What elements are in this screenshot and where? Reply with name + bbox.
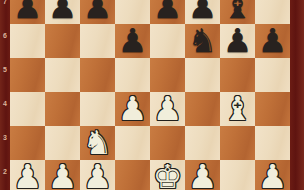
rank-label-7: 7 [0,0,10,6]
square-g5[interactable] [220,58,255,92]
white-pawn[interactable]: ♟ [118,92,148,126]
square-b2[interactable]: ♟ [45,160,80,190]
square-e5[interactable] [150,58,185,92]
square-d2[interactable] [115,160,150,190]
square-c5[interactable] [80,58,115,92]
square-d5[interactable] [115,58,150,92]
square-a6[interactable] [10,24,45,58]
white-king[interactable]: ♚ [153,160,183,190]
square-a3[interactable] [10,126,45,160]
black-knight[interactable]: ♞ [188,24,218,58]
square-a2[interactable]: ♟ [10,160,45,190]
square-b5[interactable] [45,58,80,92]
square-b3[interactable] [45,126,80,160]
square-a7[interactable]: ♟ [10,0,45,24]
square-h3[interactable] [255,126,290,160]
square-b4[interactable] [45,92,80,126]
white-pawn[interactable]: ♟ [258,160,288,190]
rank-label-6: 6 [0,32,10,40]
square-c4[interactable] [80,92,115,126]
black-pawn[interactable]: ♟ [48,0,78,24]
rank-label-5: 5 [0,66,10,74]
square-d4[interactable]: ♟ [115,92,150,126]
black-pawn[interactable]: ♟ [83,0,113,24]
square-g2[interactable] [220,160,255,190]
square-h6[interactable]: ♟ [255,24,290,58]
white-pawn[interactable]: ♟ [13,160,43,190]
square-b7[interactable]: ♟ [45,0,80,24]
square-c7[interactable]: ♟ [80,0,115,24]
square-d6[interactable]: ♟ [115,24,150,58]
rank-label-2: 2 [0,168,10,176]
square-c3[interactable]: ♞ [80,126,115,160]
square-a4[interactable] [10,92,45,126]
black-pawn[interactable]: ♟ [153,0,183,24]
square-g6[interactable]: ♟ [220,24,255,58]
square-e4[interactable]: ♟ [150,92,185,126]
square-f3[interactable] [185,126,220,160]
black-pawn[interactable]: ♟ [258,24,288,58]
square-f2[interactable]: ♟ [185,160,220,190]
white-pawn[interactable]: ♟ [153,92,183,126]
white-bishop[interactable]: ♝ [223,92,253,126]
rank-label-4: 4 [0,100,10,108]
black-pawn[interactable]: ♟ [118,24,148,58]
white-pawn[interactable]: ♟ [83,160,113,190]
square-g4[interactable]: ♝ [220,92,255,126]
black-pawn[interactable]: ♟ [13,0,43,24]
chess-board: ♟♟♟♟♟♝♟♞♟♟♟♟♝♞♟♟♟♚♟♟ [10,0,290,190]
square-h5[interactable] [255,58,290,92]
square-c2[interactable]: ♟ [80,160,115,190]
square-f4[interactable] [185,92,220,126]
square-e2[interactable]: ♚ [150,160,185,190]
white-pawn[interactable]: ♟ [48,160,78,190]
white-pawn[interactable]: ♟ [188,160,218,190]
square-c6[interactable] [80,24,115,58]
board-left-border [0,0,10,190]
rank-label-3: 3 [0,134,10,142]
black-pawn[interactable]: ♟ [223,24,253,58]
square-e6[interactable] [150,24,185,58]
square-e7[interactable]: ♟ [150,0,185,24]
board-right-border [290,0,304,190]
square-h4[interactable] [255,92,290,126]
square-b6[interactable] [45,24,80,58]
white-knight[interactable]: ♞ [83,126,113,160]
square-g3[interactable] [220,126,255,160]
square-f5[interactable] [185,58,220,92]
square-d3[interactable] [115,126,150,160]
chess-board-screenshot: ♟♟♟♟♟♝♟♞♟♟♟♟♝♞♟♟♟♚♟♟ 765432 [0,0,304,190]
square-a5[interactable] [10,58,45,92]
square-f6[interactable]: ♞ [185,24,220,58]
square-e3[interactable] [150,126,185,160]
square-h2[interactable]: ♟ [255,160,290,190]
